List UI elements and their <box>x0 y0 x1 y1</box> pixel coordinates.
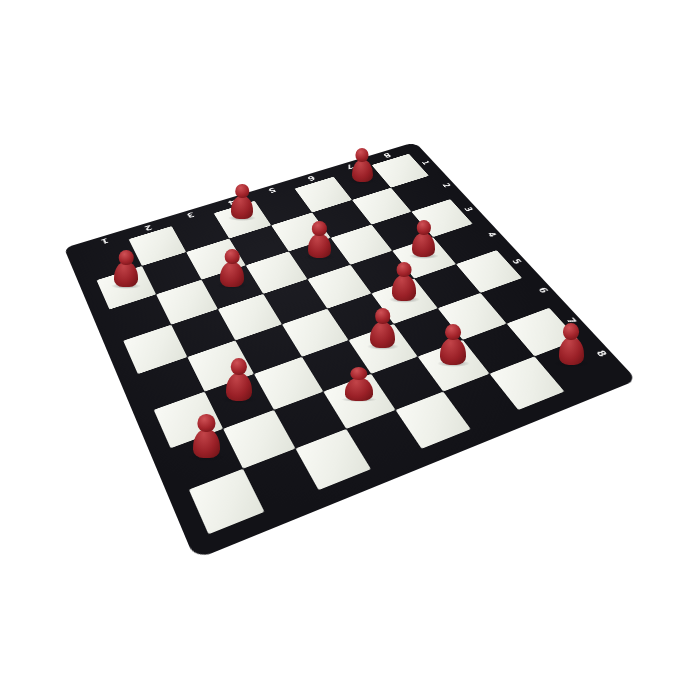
red-pawn-r5c6 <box>392 262 416 301</box>
red-pawn-r2c1 <box>114 250 137 288</box>
pawn-head <box>235 184 249 198</box>
pawn-head <box>563 323 579 340</box>
top-edge-label-8: 8 <box>382 152 393 159</box>
pawn-body <box>392 275 416 301</box>
game-mat: 1234567812345678 <box>64 142 637 560</box>
red-pawn-r3c5 <box>308 221 331 258</box>
top-edge-label-2: 2 <box>143 224 153 232</box>
pawn-body <box>370 322 395 349</box>
pawn-body <box>559 337 585 364</box>
red-pawn-r1c7 <box>352 148 373 182</box>
pawn-body <box>352 160 373 182</box>
red-pawn-r6c5 <box>370 308 395 349</box>
right-edge-label-2: 2 <box>441 182 452 188</box>
right-edge-label-3: 3 <box>462 206 474 213</box>
pawn-body <box>412 233 435 257</box>
pawn-head <box>198 414 215 432</box>
top-edge-label-1: 1 <box>99 237 109 245</box>
pawn-body <box>220 262 244 287</box>
right-edge-label-5: 5 <box>510 258 523 265</box>
top-edge-label-6: 6 <box>306 175 316 182</box>
pawn-head <box>375 308 391 324</box>
photo-stage: 1234567812345678 <box>0 0 700 700</box>
top-edge-label-3: 3 <box>185 211 195 219</box>
red-pawn-r7c4 <box>345 367 373 401</box>
pawn-body <box>345 378 373 401</box>
right-edge-label-6: 6 <box>536 286 549 294</box>
pawn-body <box>440 338 466 365</box>
right-edge-label-8: 8 <box>594 349 608 358</box>
pawn-head <box>417 220 431 235</box>
red-pawn-r7c6 <box>440 324 466 365</box>
pawn-head <box>225 249 240 264</box>
top-edge-label-5: 5 <box>267 187 277 194</box>
pawn-head <box>397 262 412 277</box>
right-edge-label-4: 4 <box>486 231 498 238</box>
pawn-body <box>193 429 221 458</box>
pawn-body <box>114 262 137 287</box>
pawn-head <box>119 250 134 265</box>
pawn-body <box>308 234 331 258</box>
red-pawn-r1c4 <box>231 184 253 219</box>
red-pawn-r3c3 <box>220 249 244 287</box>
red-pawn-r6c2 <box>226 358 252 401</box>
red-pawn-r8c8 <box>559 323 585 365</box>
red-pawn-r7c1 <box>193 414 221 459</box>
red-pawn-r4c7 <box>412 220 435 257</box>
pawn-head <box>350 367 367 381</box>
pawn-head <box>312 221 326 236</box>
pawn-body <box>231 196 253 219</box>
right-edge-label-1: 1 <box>420 160 431 166</box>
pawn-head <box>445 324 461 341</box>
pawn-head <box>231 358 247 375</box>
pawn-head <box>355 148 368 162</box>
pawn-body <box>226 373 252 401</box>
